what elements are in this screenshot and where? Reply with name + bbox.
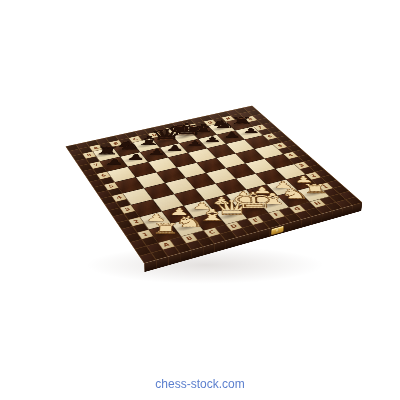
square-b2[interactable] [162, 206, 194, 224]
frame-tile [121, 226, 137, 235]
frame-tile [135, 246, 152, 256]
file-label-bottom-h: H [310, 199, 326, 208]
square-c2[interactable] [184, 200, 216, 218]
rank-label-left-2: 2 [128, 217, 144, 226]
frame-tile [215, 225, 231, 234]
square-c3[interactable] [174, 189, 205, 206]
square-b4[interactable] [144, 183, 174, 199]
square-b5[interactable] [136, 172, 165, 188]
square-e1[interactable] [236, 201, 268, 219]
dark-finial [252, 190, 254, 191]
piece-shadow [163, 209, 193, 221]
square-a1[interactable] [149, 224, 181, 243]
white-pawn-glyph: ♟ [176, 201, 228, 211]
square-a5[interactable] [115, 177, 144, 193]
square-a2[interactable] [140, 211, 172, 229]
frame-tile [258, 213, 274, 222]
frame-tile [126, 233, 142, 243]
piece-shadow [148, 227, 179, 240]
file-label-bottom-e: E [247, 216, 263, 225]
scene: AA88BB77CC66DD55EE44FF33GG22HH11 ♜♞♝♛♚♝♞… [0, 0, 400, 400]
frame-tile [146, 243, 163, 253]
file-label-bottom-d: D [226, 222, 242, 231]
frame-tile [330, 194, 346, 202]
piece-shadow [172, 221, 202, 234]
frame-tile [237, 219, 253, 228]
frame-tile [109, 208, 124, 217]
rank-label-left-5: 5 [104, 182, 119, 190]
square-b1[interactable] [171, 218, 203, 237]
frame-tile [116, 199, 131, 208]
frame-tile [108, 188, 123, 196]
rank-label-left-1: 1 [137, 230, 153, 240]
frame-tile [101, 196, 116, 205]
file-label-bottom-f: F [268, 210, 284, 219]
cream-finial [166, 128, 168, 129]
frame-tile [320, 196, 336, 205]
file-label-bottom-b: B [181, 234, 198, 244]
frame-tile [124, 211, 140, 220]
piece-shadow [258, 199, 287, 211]
square-a3[interactable] [131, 199, 162, 217]
white-bishop-glyph: ♝ [186, 207, 239, 223]
knight-mane-dots [186, 219, 188, 220]
white-pawn-glyph: ♟ [129, 213, 182, 223]
frame-tile [97, 190, 112, 198]
file-label-bottom-g: G [289, 205, 305, 214]
white-rook-glyph: ♜ [138, 221, 192, 235]
frame-tile [133, 223, 149, 232]
square-b3[interactable] [153, 194, 184, 211]
piece-shadow [216, 210, 246, 222]
frame-tile [339, 191, 355, 199]
chess-board: AA88BB77CC66DD55EE44FF33GG22HH11 ♜♞♝♛♚♝♞… [66, 106, 363, 263]
piece-shadow [196, 215, 226, 227]
frame-tile [130, 239, 146, 249]
white-knight-glyph: ♞ [162, 214, 215, 229]
frame-tile [105, 202, 120, 211]
photo-stage: AA88BB77CC66DD55EE44FF33GG22HH11 ♜♞♝♛♚♝♞… [0, 0, 400, 400]
board-front-edge [144, 203, 362, 273]
square-c4[interactable] [165, 178, 195, 194]
frame-tile [299, 202, 315, 211]
white-queen-glyph: ♛ [206, 198, 258, 218]
frame-tile [192, 230, 209, 240]
frame-tile [86, 174, 100, 182]
square-c1[interactable] [193, 212, 225, 230]
frame-tile [170, 237, 187, 247]
frame-tile [100, 177, 114, 185]
rank-label-left-3: 3 [120, 205, 135, 214]
watermark: chess-stock.com [155, 377, 244, 391]
frame-tile [113, 214, 129, 223]
white-pawn-glyph: ♟ [153, 207, 205, 217]
rank-label-left-4: 4 [112, 193, 127, 201]
frame-tile [117, 220, 133, 229]
piece-shadow [186, 203, 215, 215]
square-d1[interactable] [215, 207, 247, 225]
brass-clasp-icon [271, 226, 283, 235]
frame-tile [142, 236, 158, 246]
black-pawn-glyph: ♟ [90, 158, 139, 166]
cream-finial [186, 122, 188, 123]
frame-tile [93, 185, 108, 193]
file-label-bottom-c: C [204, 227, 220, 237]
square-a4[interactable] [123, 188, 153, 205]
piece-shadow [238, 204, 267, 216]
frame-tile [89, 179, 103, 187]
file-label-bottom-a: A [158, 240, 175, 250]
square-d4[interactable] [186, 173, 216, 189]
frame-tile [279, 207, 295, 216]
frame-tile [323, 188, 339, 196]
piece-shadow [139, 215, 169, 227]
